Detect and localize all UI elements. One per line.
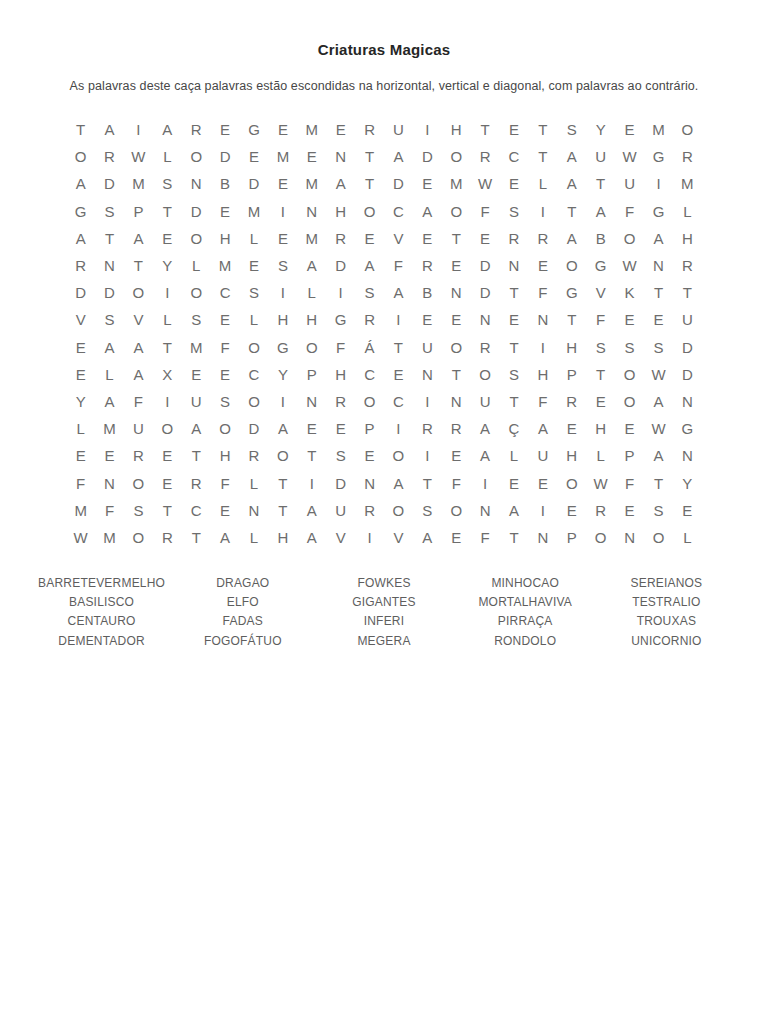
grid-cell: A xyxy=(528,415,557,442)
grid-cell: U xyxy=(673,306,702,333)
grid-cell: O xyxy=(442,497,471,524)
grid-cell: D xyxy=(240,170,269,197)
grid-cell: X xyxy=(153,361,182,388)
grid-cell: T xyxy=(644,469,673,496)
grid-cell: F xyxy=(528,279,557,306)
grid-cell: N xyxy=(500,252,529,279)
grid-cell: N xyxy=(471,306,500,333)
grid-cell: E xyxy=(240,252,269,279)
word-entry: RONDOLO xyxy=(455,632,596,651)
grid-cell: P xyxy=(557,524,586,551)
grid-cell: E xyxy=(586,388,615,415)
grid-cell: A xyxy=(124,361,153,388)
grid-cell: I xyxy=(413,116,442,143)
grid-cell: E xyxy=(211,497,240,524)
word-entry: TROUXAS xyxy=(596,612,737,631)
grid-cell: I xyxy=(153,388,182,415)
grid-cell: R xyxy=(124,442,153,469)
grid-cell: T xyxy=(471,116,500,143)
grid-cell: C xyxy=(355,361,384,388)
grid-cell: E xyxy=(182,361,211,388)
grid-cell: T xyxy=(153,198,182,225)
grid-cell: B xyxy=(211,170,240,197)
grid-cell: R xyxy=(326,225,355,252)
grid-cell: D xyxy=(326,469,355,496)
grid-cell: F xyxy=(615,198,644,225)
grid-cell: M xyxy=(442,170,471,197)
grid-cell: R xyxy=(471,143,500,170)
grid-cell: E xyxy=(66,442,95,469)
word-entry: BARRETEVERMELHO xyxy=(31,574,172,593)
grid-cell: E xyxy=(66,334,95,361)
grid-cell: T xyxy=(500,334,529,361)
grid-cell: G xyxy=(644,143,673,170)
word-entry: DRAGAO xyxy=(172,574,313,593)
grid-cell: L xyxy=(240,225,269,252)
grid-cell: Y xyxy=(66,388,95,415)
grid-cell: M xyxy=(268,143,297,170)
grid-cell: N xyxy=(442,388,471,415)
grid-cell: N xyxy=(355,469,384,496)
grid-cell: H xyxy=(211,225,240,252)
grid-cell: A xyxy=(644,388,673,415)
grid-cell: H xyxy=(442,116,471,143)
grid-cell: A xyxy=(384,279,413,306)
grid-cell: H xyxy=(211,442,240,469)
grid-cell: E xyxy=(644,306,673,333)
grid-cell: U xyxy=(413,334,442,361)
word-entry: GIGANTES xyxy=(313,593,454,612)
grid-cell: W xyxy=(615,143,644,170)
grid-cell: D xyxy=(471,279,500,306)
grid-cell: N xyxy=(528,306,557,333)
grid-cell: N xyxy=(413,361,442,388)
grid-cell: R xyxy=(673,143,702,170)
grid-cell: N xyxy=(644,252,673,279)
grid-cell: O xyxy=(644,524,673,551)
grid-cell: D xyxy=(471,252,500,279)
grid-cell: N xyxy=(240,497,269,524)
grid-cell: F xyxy=(211,469,240,496)
word-entry: FOGOFÁTUO xyxy=(172,632,313,651)
grid-cell: F xyxy=(326,334,355,361)
grid-cell: S xyxy=(124,497,153,524)
grid-cell: A xyxy=(326,170,355,197)
grid-cell: D xyxy=(413,143,442,170)
grid-cell: R xyxy=(557,388,586,415)
grid-cell: F xyxy=(586,306,615,333)
grid-cell: G xyxy=(644,198,673,225)
grid-cell: G xyxy=(66,198,95,225)
grid-cell: O xyxy=(615,388,644,415)
grid-cell: P xyxy=(124,198,153,225)
grid-cell: N xyxy=(528,524,557,551)
grid-cell: N xyxy=(615,524,644,551)
grid-cell: A xyxy=(124,225,153,252)
grid-cell: G xyxy=(586,252,615,279)
grid-cell: U xyxy=(471,388,500,415)
grid-cell: I xyxy=(413,388,442,415)
grid-cell: R xyxy=(66,252,95,279)
grid-cell: O xyxy=(355,388,384,415)
grid-cell: T xyxy=(557,198,586,225)
grid-cell: E xyxy=(297,143,326,170)
grid-cell: R xyxy=(586,497,615,524)
grid-cell: T xyxy=(153,497,182,524)
grid-cell: F xyxy=(471,524,500,551)
grid-cell: V xyxy=(124,306,153,333)
grid-cell: S xyxy=(586,334,615,361)
grid-cell: C xyxy=(182,497,211,524)
grid-cell: E xyxy=(153,442,182,469)
grid-cell: F xyxy=(528,388,557,415)
grid-cell: A xyxy=(95,116,124,143)
grid-cell: A xyxy=(66,225,95,252)
grid-cell: A xyxy=(413,198,442,225)
grid-cell: V xyxy=(384,225,413,252)
grid-cell: R xyxy=(500,225,529,252)
grid-cell: E xyxy=(500,170,529,197)
grid-cell: R xyxy=(355,497,384,524)
word-list-column: DRAGAOELFOFADASFOGOFÁTUO xyxy=(172,574,313,651)
grid-cell: U xyxy=(528,442,557,469)
grid-cell: A xyxy=(211,524,240,551)
grid-cell: M xyxy=(95,524,124,551)
grid-cell: R xyxy=(528,225,557,252)
word-search-grid: TAIAREGEMERUIHTETSYEMOORWLODEMENTADORCTA… xyxy=(66,116,702,551)
grid-cell: L xyxy=(240,306,269,333)
worksheet-page: Criaturas Magicas As palavras deste caça… xyxy=(0,0,768,1024)
grid-cell: H xyxy=(673,225,702,252)
grid-cell: U xyxy=(124,415,153,442)
grid-cell: I xyxy=(124,116,153,143)
grid-cell: R xyxy=(153,524,182,551)
grid-cell: R xyxy=(673,252,702,279)
grid-cell: A xyxy=(95,334,124,361)
grid-cell: A xyxy=(500,497,529,524)
grid-cell: L xyxy=(673,198,702,225)
grid-cell: I xyxy=(384,306,413,333)
grid-cell: O xyxy=(124,279,153,306)
grid-cell: C xyxy=(500,143,529,170)
word-entry: FADAS xyxy=(172,612,313,631)
grid-cell: E xyxy=(211,198,240,225)
grid-cell: E xyxy=(240,143,269,170)
grid-cell: O xyxy=(586,524,615,551)
word-entry: PIRRAÇA xyxy=(455,612,596,631)
grid-cell: A xyxy=(557,225,586,252)
grid-cell: S xyxy=(153,170,182,197)
grid-cell: R xyxy=(355,306,384,333)
grid-cell: E xyxy=(528,469,557,496)
grid-cell: U xyxy=(586,143,615,170)
grid-cell: E xyxy=(355,225,384,252)
grid-cell: A xyxy=(644,442,673,469)
grid-cell: W xyxy=(586,469,615,496)
grid-cell: E xyxy=(211,361,240,388)
grid-cell: O xyxy=(297,334,326,361)
grid-cell: T xyxy=(500,279,529,306)
grid-cell: I xyxy=(268,388,297,415)
grid-cell: K xyxy=(615,279,644,306)
grid-cell: W xyxy=(66,524,95,551)
grid-cell: O xyxy=(384,442,413,469)
grid-cell: E xyxy=(355,442,384,469)
grid-cell: V xyxy=(586,279,615,306)
grid-cell: T xyxy=(586,170,615,197)
grid-cell: T xyxy=(500,524,529,551)
grid-cell: A xyxy=(557,143,586,170)
grid-cell: L xyxy=(500,442,529,469)
grid-cell: S xyxy=(268,252,297,279)
grid-cell: T xyxy=(500,388,529,415)
word-entry: FOWKES xyxy=(313,574,454,593)
grid-cell: B xyxy=(586,225,615,252)
grid-cell: Y xyxy=(268,361,297,388)
grid-cell: O xyxy=(211,415,240,442)
grid-cell: A xyxy=(644,225,673,252)
grid-cell: S xyxy=(182,306,211,333)
grid-cell: P xyxy=(355,415,384,442)
grid-cell: G xyxy=(557,279,586,306)
grid-cell: R xyxy=(326,388,355,415)
puzzle-instructions: As palavras deste caça palavras estão es… xyxy=(0,79,768,93)
grid-cell: O xyxy=(66,143,95,170)
grid-cell: O xyxy=(442,143,471,170)
grid-cell: C xyxy=(384,388,413,415)
grid-cell: W xyxy=(615,252,644,279)
grid-cell: R xyxy=(442,415,471,442)
grid-cell: I xyxy=(528,334,557,361)
grid-cell: A xyxy=(557,170,586,197)
grid-cell: H xyxy=(268,524,297,551)
grid-cell: I xyxy=(355,524,384,551)
grid-cell: H xyxy=(586,415,615,442)
grid-cell: A xyxy=(471,415,500,442)
word-entry: CENTAURO xyxy=(31,612,172,631)
grid-cell: F xyxy=(211,334,240,361)
grid-cell: L xyxy=(153,306,182,333)
grid-cell: A xyxy=(297,524,326,551)
grid-cell: D xyxy=(182,198,211,225)
grid-cell: N xyxy=(182,170,211,197)
word-entry: ELFO xyxy=(172,593,313,612)
grid-cell: T xyxy=(528,116,557,143)
grid-cell: E xyxy=(471,225,500,252)
grid-cell: M xyxy=(297,170,326,197)
word-entry: DEMENTADOR xyxy=(31,632,172,651)
grid-cell: D xyxy=(66,279,95,306)
grid-cell: D xyxy=(95,279,124,306)
word-list-column: FOWKESGIGANTESINFERIMEGERA xyxy=(313,574,454,651)
grid-cell: U xyxy=(182,388,211,415)
grid-cell: T xyxy=(557,306,586,333)
grid-cell: A xyxy=(124,334,153,361)
grid-cell: M xyxy=(297,116,326,143)
grid-cell: A xyxy=(384,469,413,496)
grid-cell: L xyxy=(66,415,95,442)
grid-cell: N xyxy=(673,442,702,469)
word-list: BARRETEVERMELHOBASILISCOCENTAURODEMENTAD… xyxy=(31,574,737,651)
grid-cell: A xyxy=(153,116,182,143)
grid-cell: F xyxy=(615,469,644,496)
grid-cell: H xyxy=(268,306,297,333)
grid-cell: E xyxy=(153,225,182,252)
grid-cell: S xyxy=(557,116,586,143)
grid-cell: O xyxy=(442,334,471,361)
grid-cell: O xyxy=(182,143,211,170)
grid-cell: M xyxy=(211,252,240,279)
grid-cell: A xyxy=(182,415,211,442)
grid-cell: H xyxy=(557,442,586,469)
grid-cell: D xyxy=(95,170,124,197)
grid-cell: I xyxy=(384,415,413,442)
grid-cell: I xyxy=(528,497,557,524)
word-list-column: BARRETEVERMELHOBASILISCOCENTAURODEMENTAD… xyxy=(31,574,172,651)
grid-cell: S xyxy=(644,334,673,361)
grid-cell: U xyxy=(384,116,413,143)
grid-cell: I xyxy=(528,198,557,225)
grid-cell: S xyxy=(615,334,644,361)
grid-cell: S xyxy=(355,279,384,306)
grid-cell: Y xyxy=(586,116,615,143)
grid-cell: T xyxy=(182,524,211,551)
grid-cell: D xyxy=(326,252,355,279)
grid-cell: A xyxy=(95,388,124,415)
grid-cell: N xyxy=(95,252,124,279)
grid-cell: T xyxy=(384,334,413,361)
grid-cell: O xyxy=(673,116,702,143)
grid-cell: Á xyxy=(355,334,384,361)
grid-cell: Ç xyxy=(500,415,529,442)
grid-cell: S xyxy=(211,388,240,415)
grid-cell: R xyxy=(182,469,211,496)
grid-cell: T xyxy=(586,361,615,388)
grid-cell: V xyxy=(66,306,95,333)
grid-cell: S xyxy=(240,279,269,306)
grid-cell: H xyxy=(528,361,557,388)
grid-cell: T xyxy=(268,469,297,496)
grid-cell: E xyxy=(442,252,471,279)
grid-cell: R xyxy=(182,116,211,143)
grid-cell: E xyxy=(528,252,557,279)
grid-cell: E xyxy=(326,415,355,442)
word-entry: UNICORNIO xyxy=(596,632,737,651)
grid-cell: P xyxy=(557,361,586,388)
grid-cell: E xyxy=(442,306,471,333)
grid-cell: W xyxy=(644,361,673,388)
grid-cell: P xyxy=(297,361,326,388)
grid-cell: L xyxy=(528,170,557,197)
grid-cell: M xyxy=(66,497,95,524)
grid-cell: E xyxy=(95,442,124,469)
grid-cell: T xyxy=(442,361,471,388)
grid-cell: T xyxy=(124,252,153,279)
grid-cell: U xyxy=(326,497,355,524)
grid-cell: M xyxy=(644,116,673,143)
grid-cell: E xyxy=(326,116,355,143)
grid-cell: E xyxy=(211,306,240,333)
grid-cell: E xyxy=(268,170,297,197)
grid-cell: F xyxy=(384,252,413,279)
grid-cell: E xyxy=(297,415,326,442)
grid-cell: E xyxy=(442,524,471,551)
grid-cell: M xyxy=(297,225,326,252)
grid-cell: T xyxy=(355,143,384,170)
grid-cell: O xyxy=(240,334,269,361)
grid-cell: F xyxy=(66,469,95,496)
grid-cell: D xyxy=(211,143,240,170)
grid-cell: W xyxy=(471,170,500,197)
grid-cell: N xyxy=(471,497,500,524)
grid-cell: T xyxy=(297,442,326,469)
grid-cell: N xyxy=(95,469,124,496)
grid-cell: N xyxy=(297,198,326,225)
grid-cell: L xyxy=(95,361,124,388)
grid-cell: H xyxy=(326,198,355,225)
word-entry: BASILISCO xyxy=(31,593,172,612)
grid-cell: E xyxy=(500,469,529,496)
grid-cell: E xyxy=(268,116,297,143)
word-entry: SEREIANOS xyxy=(596,574,737,593)
grid-cell: T xyxy=(442,225,471,252)
word-entry: MINHOCAO xyxy=(455,574,596,593)
grid-cell: S xyxy=(95,198,124,225)
grid-cell: I xyxy=(644,170,673,197)
word-entry: MORTALHAVIVA xyxy=(455,593,596,612)
grid-cell: E xyxy=(615,497,644,524)
grid-cell: Y xyxy=(673,469,702,496)
grid-cell: V xyxy=(384,524,413,551)
grid-cell: G xyxy=(240,116,269,143)
grid-cell: E xyxy=(615,306,644,333)
grid-cell: W xyxy=(124,143,153,170)
grid-cell: G xyxy=(326,306,355,333)
grid-cell: F xyxy=(124,388,153,415)
word-list-column: SEREIANOSTESTRALIOTROUXASUNICORNIO xyxy=(596,574,737,651)
grid-cell: G xyxy=(673,415,702,442)
grid-cell: M xyxy=(240,198,269,225)
grid-cell: V xyxy=(326,524,355,551)
grid-cell: R xyxy=(413,415,442,442)
grid-cell: C xyxy=(240,361,269,388)
grid-cell: O xyxy=(124,469,153,496)
grid-cell: G xyxy=(268,334,297,361)
grid-cell: I xyxy=(268,279,297,306)
grid-cell: E xyxy=(268,225,297,252)
grid-cell: I xyxy=(153,279,182,306)
grid-cell: Y xyxy=(153,252,182,279)
grid-cell: N xyxy=(326,143,355,170)
grid-cell: R xyxy=(471,334,500,361)
grid-cell: R xyxy=(95,143,124,170)
grid-cell: D xyxy=(673,334,702,361)
grid-cell: R xyxy=(240,442,269,469)
grid-cell: C xyxy=(384,198,413,225)
grid-cell: D xyxy=(673,361,702,388)
grid-cell: H xyxy=(557,334,586,361)
grid-cell: A xyxy=(355,252,384,279)
grid-cell: S xyxy=(500,198,529,225)
grid-cell: I xyxy=(297,469,326,496)
grid-cell: O xyxy=(615,361,644,388)
grid-cell: S xyxy=(326,442,355,469)
grid-cell: T xyxy=(644,279,673,306)
grid-cell: T xyxy=(528,143,557,170)
grid-cell: T xyxy=(66,116,95,143)
grid-cell: D xyxy=(240,415,269,442)
grid-cell: I xyxy=(413,442,442,469)
